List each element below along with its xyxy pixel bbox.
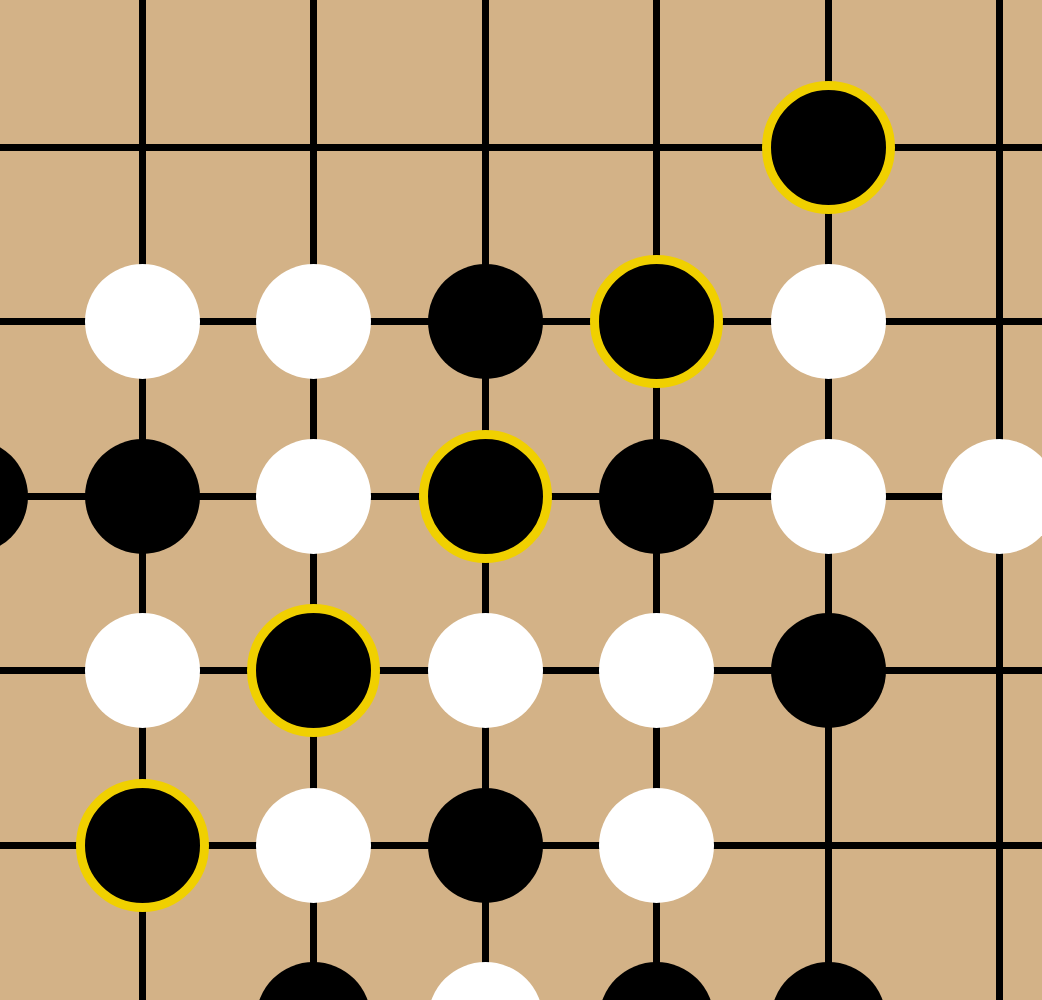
- white-stone[interactable]: [599, 788, 714, 903]
- board-intersection[interactable]: [56, 758, 228, 933]
- board-intersection[interactable]: [228, 0, 400, 60]
- board-intersection[interactable]: [56, 932, 228, 1000]
- white-stone[interactable]: [256, 439, 371, 554]
- highlighted-black-stone[interactable]: [247, 604, 380, 737]
- board-intersection[interactable]: [0, 234, 56, 409]
- board-intersection[interactable]: [914, 60, 1042, 235]
- board-intersection[interactable]: [571, 583, 743, 758]
- black-stone[interactable]: [428, 788, 543, 903]
- highlighted-black-stone[interactable]: [762, 81, 895, 214]
- board-intersection[interactable]: [742, 234, 914, 409]
- board-intersection[interactable]: [56, 409, 228, 584]
- board-intersection[interactable]: [914, 0, 1042, 60]
- board-intersection[interactable]: [914, 932, 1042, 1000]
- board-intersection[interactable]: [399, 234, 571, 409]
- board-intersection[interactable]: [0, 932, 56, 1000]
- board-intersection[interactable]: [399, 583, 571, 758]
- board-intersection[interactable]: [742, 932, 914, 1000]
- highlighted-black-stone[interactable]: [76, 779, 209, 912]
- board-intersection[interactable]: [399, 932, 571, 1000]
- board-intersection[interactable]: [914, 583, 1042, 758]
- board-intersection[interactable]: [571, 758, 743, 933]
- black-stone[interactable]: [256, 962, 371, 1000]
- board-intersection[interactable]: [571, 932, 743, 1000]
- highlighted-black-stone[interactable]: [590, 255, 723, 388]
- white-stone[interactable]: [428, 962, 543, 1000]
- black-stone[interactable]: [599, 439, 714, 554]
- board-intersection[interactable]: [56, 60, 228, 235]
- board-intersection[interactable]: [228, 409, 400, 584]
- board-intersection[interactable]: [399, 0, 571, 60]
- black-stone[interactable]: [771, 613, 886, 728]
- white-stone[interactable]: [256, 264, 371, 379]
- white-stone[interactable]: [85, 613, 200, 728]
- board-intersection[interactable]: [228, 234, 400, 409]
- board-intersection[interactable]: [0, 409, 56, 584]
- black-stone[interactable]: [599, 962, 714, 1000]
- board-intersection[interactable]: [742, 60, 914, 235]
- board-intersection[interactable]: [0, 583, 56, 758]
- white-stone[interactable]: [256, 788, 371, 903]
- black-stone[interactable]: [771, 962, 886, 1000]
- white-stone[interactable]: [85, 264, 200, 379]
- board-intersection[interactable]: [228, 932, 400, 1000]
- board-intersection[interactable]: [399, 60, 571, 235]
- board-intersection[interactable]: [228, 60, 400, 235]
- board-intersection[interactable]: [228, 583, 400, 758]
- go-board: [0, 0, 1042, 1000]
- white-stone[interactable]: [428, 613, 543, 728]
- board-intersection[interactable]: [0, 758, 56, 933]
- white-stone[interactable]: [771, 439, 886, 554]
- board-intersection[interactable]: [0, 0, 56, 60]
- board-intersection[interactable]: [571, 60, 743, 235]
- board-intersection[interactable]: [742, 0, 914, 60]
- board-intersection[interactable]: [571, 0, 743, 60]
- board-intersection[interactable]: [742, 758, 914, 933]
- board-intersection[interactable]: [742, 409, 914, 584]
- black-stone[interactable]: [0, 439, 28, 554]
- board-intersection[interactable]: [399, 758, 571, 933]
- board-intersection[interactable]: [56, 583, 228, 758]
- board-intersection[interactable]: [56, 234, 228, 409]
- white-stone[interactable]: [599, 613, 714, 728]
- black-stone[interactable]: [428, 264, 543, 379]
- board-intersection[interactable]: [914, 409, 1042, 584]
- board-intersection[interactable]: [228, 758, 400, 933]
- board-intersection[interactable]: [399, 409, 571, 584]
- board-grid: [0, 0, 1042, 1000]
- white-stone[interactable]: [942, 439, 1042, 554]
- board-intersection[interactable]: [56, 0, 228, 60]
- board-intersection[interactable]: [914, 234, 1042, 409]
- board-intersection[interactable]: [571, 409, 743, 584]
- black-stone[interactable]: [85, 439, 200, 554]
- board-intersection[interactable]: [571, 234, 743, 409]
- board-intersection[interactable]: [914, 758, 1042, 933]
- highlighted-black-stone[interactable]: [419, 430, 552, 563]
- board-intersection[interactable]: [742, 583, 914, 758]
- board-intersection[interactable]: [0, 60, 56, 235]
- white-stone[interactable]: [771, 264, 886, 379]
